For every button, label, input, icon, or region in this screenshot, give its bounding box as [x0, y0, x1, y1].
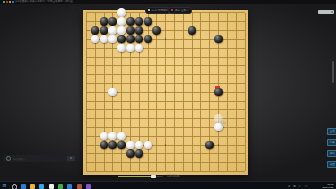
- white-stone-E17: [117, 26, 126, 35]
- white-stone-G4: [135, 141, 144, 150]
- black-stone-E16: [117, 35, 126, 44]
- white-stone-E15: [117, 44, 126, 53]
- clock-date: 2024/6/21: [322, 186, 333, 189]
- white-stone-D16: [108, 35, 117, 44]
- panel-collapse-pill[interactable]: [318, 10, 334, 15]
- black-stone-G18: [135, 17, 144, 26]
- black-stone-E4: [117, 141, 126, 150]
- black-stone-F17: [126, 26, 135, 35]
- black-stone-D4: [108, 141, 117, 150]
- grid-line: [86, 162, 245, 163]
- go-board[interactable]: ↻: [83, 10, 248, 175]
- send-button[interactable]: ➤: [67, 156, 75, 161]
- dock-settings-button[interactable]: 设置: [327, 161, 336, 168]
- favicon-dot-icon: [6, 1, 8, 3]
- black-stone-H18: [144, 17, 153, 26]
- grid-line: [86, 109, 245, 110]
- move-slider[interactable]: [118, 176, 163, 178]
- white-stone-B16: [91, 35, 100, 44]
- window-title: 第3届围棋公开赛复盘研究 · 对局直播回放 - 研究室: [15, 0, 73, 4]
- white-stone-C5: [100, 132, 109, 141]
- black-stone-P4: [205, 141, 214, 150]
- grid-line: [174, 13, 175, 172]
- move-slider-handle[interactable]: [151, 175, 156, 178]
- black-stone-G3: [135, 149, 144, 158]
- grid-line: [86, 153, 245, 154]
- black-stone-D18: [108, 17, 117, 26]
- start-button[interactable]: ⊞: [3, 183, 7, 188]
- white-stone-D5: [108, 132, 117, 141]
- favicon-dot-icon: [9, 1, 11, 3]
- white-stone-H4: [144, 141, 153, 150]
- black-stone-G17: [135, 26, 144, 35]
- taskbar-icon-edge-browser[interactable]: [39, 184, 44, 189]
- live-dot-icon: [171, 9, 173, 11]
- white-stone-D17: [108, 26, 117, 35]
- white-stone-F15: [126, 44, 135, 53]
- black-stone-C4: [100, 141, 109, 150]
- grid-line: [86, 101, 245, 102]
- grid-line: [227, 13, 228, 172]
- system-tray-icons[interactable]: ∧ ≋ ♪: [288, 184, 301, 188]
- black-stone-N17: [188, 26, 197, 35]
- taskbar-icon-app-blue[interactable]: [67, 184, 72, 189]
- white-player-label: 白方·对局研究: [152, 8, 168, 12]
- move-counter: 128/185手: [167, 174, 180, 178]
- black-stone-Q10: [214, 88, 223, 97]
- grid-line: [200, 13, 201, 172]
- taskbar-icon-wechat[interactable]: [58, 184, 63, 189]
- side-panel-strip: [332, 61, 334, 83]
- window-title-bar: 第3届围棋公开赛复盘研究 · 对局直播回放 - 研究室: [0, 0, 336, 4]
- taskbar-icon-app-red[interactable]: [77, 184, 82, 189]
- grid-line: [245, 13, 246, 172]
- grid-line: [192, 13, 193, 172]
- input-language-indicator[interactable]: 中: [305, 184, 308, 188]
- white-stone-G15: [135, 44, 144, 53]
- black-stone-Q16: [214, 35, 223, 44]
- black-stone-C17: [100, 26, 109, 35]
- star-point: [218, 144, 220, 146]
- black-stone-J17: [152, 26, 161, 35]
- grid-line: [183, 13, 184, 172]
- black-stone-H16: [144, 35, 153, 44]
- windows-taskbar: ⊞ ∧ ≋ ♪ 中 15:02 2024/6/21: [0, 181, 336, 189]
- taskbar-icon-document-app[interactable]: [49, 184, 54, 189]
- black-stone-C18: [100, 17, 109, 26]
- emoji-icon: [6, 156, 11, 161]
- taskbar-icon-app-purple[interactable]: [86, 184, 91, 189]
- white-player-dot-icon: [148, 9, 150, 11]
- taskbar-icon-search[interactable]: [12, 184, 18, 189]
- white-stone-C16: [100, 35, 109, 44]
- place-stone-cursor-icon: ↻: [221, 121, 226, 127]
- favicon-dot-icon: [3, 1, 5, 3]
- taskbar-icon-task-view[interactable]: [21, 184, 26, 189]
- screen: { "game": "go", "board": { "size": 19, "…: [0, 0, 336, 189]
- pill-dot-icon: [331, 11, 333, 13]
- chat-input-bar[interactable]: 说点什么... ➤: [3, 155, 76, 162]
- black-stone-F18: [126, 17, 135, 26]
- white-stone-E18: [117, 17, 126, 26]
- black-stone-F16: [126, 35, 135, 44]
- black-player-label: 黑方·直播中: [175, 8, 189, 12]
- white-stone-D10: [108, 88, 117, 97]
- app-background: 白方·对局研究 黑方·直播中 ↻ 说点什么... ➤ 直播 弹幕 棋谱 设置 1…: [0, 4, 336, 181]
- dock-danmaku-button[interactable]: 弹幕: [327, 139, 336, 146]
- dock-kifu-button[interactable]: 棋谱: [327, 150, 336, 157]
- black-stone-B17: [91, 26, 100, 35]
- taskbar-icon-file-explorer[interactable]: [30, 184, 35, 189]
- white-stone-E19: [117, 8, 126, 17]
- favicon-dot-icon: [12, 1, 14, 3]
- move-slider-fill: [118, 176, 153, 178]
- black-stone-G16: [135, 35, 144, 44]
- grid-line: [86, 171, 245, 172]
- white-stone-F4: [126, 141, 135, 150]
- black-stone-F3: [126, 149, 135, 158]
- white-stone-E5: [117, 132, 126, 141]
- taskbar-clock[interactable]: 15:02 2024/6/21: [322, 183, 333, 189]
- grid-line: [236, 13, 237, 172]
- dock-live-button[interactable]: 直播: [327, 128, 336, 135]
- player-chip-black[interactable]: 黑方·直播中: [168, 7, 192, 15]
- chat-placeholder: 说点什么...: [13, 157, 67, 161]
